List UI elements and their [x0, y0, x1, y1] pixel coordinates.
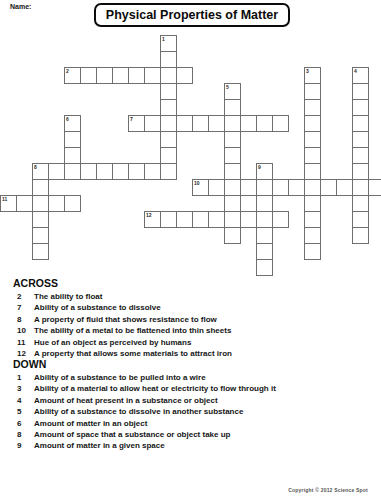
grid-cell[interactable]: 12: [144, 211, 161, 228]
grid-cell[interactable]: 7: [128, 115, 145, 132]
cell-number: 8: [34, 164, 37, 170]
grid-cell[interactable]: 4: [352, 67, 369, 84]
grid-cell[interactable]: [304, 211, 321, 228]
clue-across-7: 7 Ability of a substance to dissolve: [13, 302, 373, 313]
cell-number: 10: [194, 180, 200, 186]
clue-text: Amount of space that a substance or obje…: [34, 429, 373, 440]
grid-cell[interactable]: [320, 179, 337, 196]
across-heading: ACROSS: [13, 277, 373, 290]
grid-cell[interactable]: [288, 179, 305, 196]
clue-number: 8: [13, 314, 34, 325]
grid-cell[interactable]: [208, 179, 225, 196]
clue-across-10: 10 The ability of a metal to be flattene…: [13, 325, 373, 336]
grid-cell[interactable]: [304, 243, 321, 260]
down-heading: DOWN: [13, 358, 373, 371]
grid-cell[interactable]: [160, 99, 177, 116]
cell-number: 12: [146, 212, 152, 218]
grid-cell[interactable]: 1: [160, 35, 177, 52]
grid-cell[interactable]: [64, 147, 81, 164]
grid-cell[interactable]: [224, 99, 241, 116]
grid-cell[interactable]: [224, 147, 241, 164]
grid-cell[interactable]: [240, 115, 257, 132]
grid-cell[interactable]: [240, 179, 257, 196]
grid-cell[interactable]: [32, 227, 49, 244]
grid-cell[interactable]: [352, 211, 369, 228]
cell-number: 1: [162, 36, 165, 42]
grid-cell[interactable]: [352, 147, 369, 164]
grid-cell[interactable]: [192, 115, 209, 132]
clue-text: Hue of an object as perceived by humans: [34, 337, 373, 348]
grid-cell[interactable]: [256, 179, 273, 196]
clue-down-4: 4 Amount of heat present in a substance …: [13, 395, 373, 406]
grid-cell[interactable]: [272, 115, 289, 132]
cell-number: 9: [258, 164, 261, 170]
grid-cell[interactable]: [112, 67, 129, 84]
grid-cell[interactable]: [160, 131, 177, 148]
grid-cell[interactable]: [256, 115, 273, 132]
grid-cell[interactable]: [160, 147, 177, 164]
grid-cell[interactable]: [304, 163, 321, 180]
grid-cell[interactable]: [112, 163, 129, 180]
grid-cell[interactable]: [304, 131, 321, 148]
grid-cell[interactable]: [256, 259, 273, 276]
grid-cell[interactable]: [256, 227, 273, 244]
grid-cell[interactable]: [176, 115, 193, 132]
grid-cell[interactable]: [272, 179, 289, 196]
grid-cell[interactable]: [256, 243, 273, 260]
grid-cell[interactable]: [240, 211, 257, 228]
grid-cell[interactable]: 9: [256, 163, 273, 180]
clue-down-9: 9 Amount of matter in a given space: [13, 440, 373, 451]
clue-text: The ability of a metal to be flattened i…: [34, 325, 373, 336]
grid-cell[interactable]: [192, 211, 209, 228]
grid-cell[interactable]: [304, 195, 321, 212]
clue-text: Ability of a material to allow heat or e…: [34, 383, 373, 394]
copyright-notice: Copyright © 2012 Science Spot: [288, 487, 368, 494]
grid-cell[interactable]: [32, 243, 49, 260]
grid-cell[interactable]: [304, 179, 321, 196]
grid-cell[interactable]: [176, 211, 193, 228]
puzzle-title: Physical Properties of Matter: [106, 8, 278, 22]
title-box: Physical Properties of Matter: [94, 3, 290, 27]
clue-text: Ability of a substance to dissolve in an…: [34, 406, 373, 417]
grid-cell[interactable]: [208, 211, 225, 228]
grid-cell[interactable]: [160, 115, 177, 132]
clue-across-2: 2 The ability to float: [13, 291, 373, 302]
grid-cell[interactable]: [352, 115, 369, 132]
clue-number: 11: [13, 337, 34, 348]
grid-cell[interactable]: 2: [64, 67, 81, 84]
cell-number: 4: [354, 68, 357, 74]
cell-number: 7: [130, 116, 133, 122]
cell-number: 3: [306, 68, 309, 74]
grid-cell[interactable]: [144, 67, 161, 84]
grid-cell[interactable]: 11: [0, 195, 17, 212]
clue-text: Amount of matter in a given space: [34, 440, 373, 451]
crossword-grid: 123456789101112: [0, 35, 381, 276]
clue-across-8: 8 A property of fluid that shows resista…: [13, 314, 373, 325]
cell-number: 5: [226, 84, 229, 90]
clue-text: A property of fluid that shows resistanc…: [34, 314, 373, 325]
clue-number: 5: [13, 406, 34, 417]
grid-cell[interactable]: [352, 131, 369, 148]
grid-cell[interactable]: [32, 179, 49, 196]
grid-cell[interactable]: [224, 163, 241, 180]
clue-down-1: 1 Ability of a substance to be pulled in…: [13, 372, 373, 383]
grid-cell[interactable]: [304, 147, 321, 164]
clue-number: 4: [13, 395, 34, 406]
clue-number: 3: [13, 383, 34, 394]
grid-cell[interactable]: [80, 163, 97, 180]
grid-cell[interactable]: [48, 195, 65, 212]
grid-cell[interactable]: [224, 131, 241, 148]
grid-cell[interactable]: [224, 179, 241, 196]
grid-cell[interactable]: [304, 227, 321, 244]
down-clues-section: DOWN 1 Ability of a substance to be pull…: [13, 358, 373, 452]
grid-cell[interactable]: [352, 227, 369, 244]
grid-cell[interactable]: [144, 163, 161, 180]
clue-text: Ability of a substance to be pulled into…: [34, 372, 373, 383]
grid-cell[interactable]: [256, 195, 273, 212]
grid-cell[interactable]: [32, 211, 49, 228]
grid-cell[interactable]: [304, 115, 321, 132]
grid-cell[interactable]: [16, 195, 33, 212]
clue-across-11: 11 Hue of an object as perceived by huma…: [13, 337, 373, 348]
cell-number: 6: [66, 116, 69, 122]
clue-text: Amount of heat present in a substance or…: [34, 395, 373, 406]
grid-cell[interactable]: [256, 211, 273, 228]
across-clues-section: ACROSS 2 The ability to float 7 Ability …: [13, 277, 373, 359]
clue-number: 8: [13, 429, 34, 440]
grid-cell[interactable]: [368, 179, 381, 196]
grid-cell[interactable]: [96, 163, 113, 180]
grid-cell[interactable]: [144, 115, 161, 132]
grid-cell[interactable]: [32, 195, 49, 212]
grid-cell[interactable]: [224, 211, 241, 228]
grid-cell[interactable]: [304, 99, 321, 116]
clue-number: 10: [13, 325, 34, 336]
grid-cell[interactable]: [352, 179, 369, 196]
grid-cell[interactable]: [64, 131, 81, 148]
grid-cell[interactable]: [304, 83, 321, 100]
grid-cell[interactable]: [336, 179, 353, 196]
clue-down-8: 8 Amount of space that a substance or ob…: [13, 429, 373, 440]
grid-cell[interactable]: 8: [32, 163, 49, 180]
clue-text: Amount of matter in an object: [34, 418, 373, 429]
grid-cell[interactable]: [160, 211, 177, 228]
grid-cell[interactable]: [224, 195, 241, 212]
grid-cell[interactable]: 5: [224, 83, 241, 100]
grid-cell[interactable]: [208, 115, 225, 132]
grid-cell[interactable]: [224, 115, 241, 132]
name-label: Name:: [10, 3, 31, 10]
clue-text: Ability of a substance to dissolve: [34, 302, 373, 313]
clue-number: 7: [13, 302, 34, 313]
grid-cell[interactable]: [64, 195, 81, 212]
grid-cell[interactable]: [160, 83, 177, 100]
grid-cell[interactable]: [272, 211, 289, 228]
grid-cell[interactable]: 3: [304, 67, 321, 84]
grid-cell[interactable]: [160, 51, 177, 68]
grid-cell[interactable]: [64, 163, 81, 180]
grid-cell[interactable]: [48, 163, 65, 180]
grid-cell[interactable]: [160, 163, 177, 180]
grid-cell[interactable]: [224, 227, 241, 244]
clue-down-6: 6 Amount of matter in an object: [13, 418, 373, 429]
grid-cell[interactable]: 10: [192, 179, 209, 196]
grid-cell[interactable]: [160, 67, 177, 84]
clue-text: The ability to float: [34, 291, 373, 302]
clue-down-5: 5 Ability of a substance to dissolve in …: [13, 406, 373, 417]
clue-down-3: 3 Ability of a material to allow heat or…: [13, 383, 373, 394]
grid-cell[interactable]: [352, 83, 369, 100]
cell-number: 11: [2, 196, 7, 202]
grid-cell[interactable]: [128, 67, 145, 84]
grid-cell[interactable]: [176, 67, 193, 84]
grid-cell[interactable]: [128, 163, 145, 180]
cell-number: 2: [66, 68, 69, 74]
grid-cell[interactable]: 6: [64, 115, 81, 132]
clue-number: 6: [13, 418, 34, 429]
grid-cell[interactable]: [96, 67, 113, 84]
grid-cell[interactable]: [80, 67, 97, 84]
worksheet-page: { "game": "crossword", "name_label": "Na…: [0, 0, 381, 500]
clue-number: 9: [13, 440, 34, 451]
grid-cell[interactable]: [352, 163, 369, 180]
clue-number: 1: [13, 372, 34, 383]
clue-number: 2: [13, 291, 34, 302]
grid-cell[interactable]: [352, 195, 369, 212]
grid-cell[interactable]: [352, 99, 369, 116]
